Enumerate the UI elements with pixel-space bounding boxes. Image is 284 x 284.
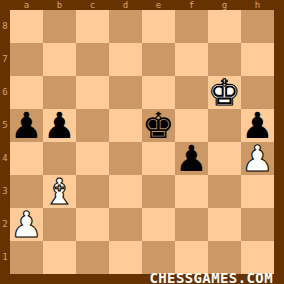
square-g5 xyxy=(208,109,241,142)
rank-label-2: 2 xyxy=(0,208,10,241)
square-d4 xyxy=(109,142,142,175)
square-f6 xyxy=(175,76,208,109)
chess-board: ♚♟♟♚♟♟♟♝♟ xyxy=(10,10,274,274)
square-c3 xyxy=(76,175,109,208)
file-label-e: e xyxy=(142,0,175,10)
square-c2 xyxy=(76,208,109,241)
square-f8 xyxy=(175,10,208,43)
piece-black-pawn-f4: ♟ xyxy=(175,142,208,175)
square-d3 xyxy=(109,175,142,208)
square-h2 xyxy=(241,208,274,241)
square-c1 xyxy=(76,241,109,274)
square-c5 xyxy=(76,109,109,142)
square-c6 xyxy=(76,76,109,109)
square-c4 xyxy=(76,142,109,175)
file-label-g: g xyxy=(208,0,241,10)
file-label-f: f xyxy=(175,0,208,10)
rank-labels-column: 87654321 xyxy=(0,10,10,274)
square-e8 xyxy=(142,10,175,43)
square-a2: ♟ xyxy=(10,208,43,241)
square-h8 xyxy=(241,10,274,43)
square-g2 xyxy=(208,208,241,241)
square-f3 xyxy=(175,175,208,208)
file-label-d: d xyxy=(109,0,142,10)
rank-label-1: 1 xyxy=(0,241,10,274)
file-labels-row: abcdefgh xyxy=(10,0,274,10)
piece-white-bishop-b3: ♝ xyxy=(43,175,76,208)
file-label-a: a xyxy=(10,0,43,10)
site-label: CHESSGAMES.COM xyxy=(149,272,273,284)
square-b3: ♝ xyxy=(43,175,76,208)
square-e3 xyxy=(142,175,175,208)
square-a1 xyxy=(10,241,43,274)
square-b7 xyxy=(43,43,76,76)
file-label-h: h xyxy=(241,0,274,10)
rank-label-8: 8 xyxy=(0,10,10,43)
square-b1 xyxy=(43,241,76,274)
piece-black-pawn-a5: ♟ xyxy=(10,109,43,142)
square-g3 xyxy=(208,175,241,208)
piece-black-pawn-b5: ♟ xyxy=(43,109,76,142)
square-d1 xyxy=(109,241,142,274)
square-c7 xyxy=(76,43,109,76)
square-e2 xyxy=(142,208,175,241)
file-label-b: b xyxy=(43,0,76,10)
square-g4 xyxy=(208,142,241,175)
square-d8 xyxy=(109,10,142,43)
square-b5: ♟ xyxy=(43,109,76,142)
square-f4: ♟ xyxy=(175,142,208,175)
file-label-c: c xyxy=(76,0,109,10)
square-a8 xyxy=(10,10,43,43)
square-e7 xyxy=(142,43,175,76)
piece-white-pawn-a2: ♟ xyxy=(10,208,43,241)
square-h4: ♟ xyxy=(241,142,274,175)
square-e4 xyxy=(142,142,175,175)
square-g6: ♚ xyxy=(208,76,241,109)
square-f2 xyxy=(175,208,208,241)
square-d6 xyxy=(109,76,142,109)
piece-black-king-e5: ♚ xyxy=(142,109,175,142)
square-a5: ♟ xyxy=(10,109,43,142)
rank-label-4: 4 xyxy=(0,142,10,175)
square-e5: ♚ xyxy=(142,109,175,142)
square-d2 xyxy=(109,208,142,241)
square-a7 xyxy=(10,43,43,76)
rank-label-5: 5 xyxy=(0,109,10,142)
square-h3 xyxy=(241,175,274,208)
square-b2 xyxy=(43,208,76,241)
rank-label-7: 7 xyxy=(0,43,10,76)
piece-white-king-g6: ♚ xyxy=(208,76,241,109)
piece-white-pawn-h4: ♟ xyxy=(241,142,274,175)
square-h7 xyxy=(241,43,274,76)
square-c8 xyxy=(76,10,109,43)
square-b8 xyxy=(43,10,76,43)
square-f7 xyxy=(175,43,208,76)
rank-label-6: 6 xyxy=(0,76,10,109)
chess-diagram-frame: abcdefgh 87654321 ♚♟♟♚♟♟♟♝♟ CHESSGAMES.C… xyxy=(0,0,284,284)
square-d5 xyxy=(109,109,142,142)
square-a4 xyxy=(10,142,43,175)
square-d7 xyxy=(109,43,142,76)
rank-label-3: 3 xyxy=(0,175,10,208)
square-g8 xyxy=(208,10,241,43)
